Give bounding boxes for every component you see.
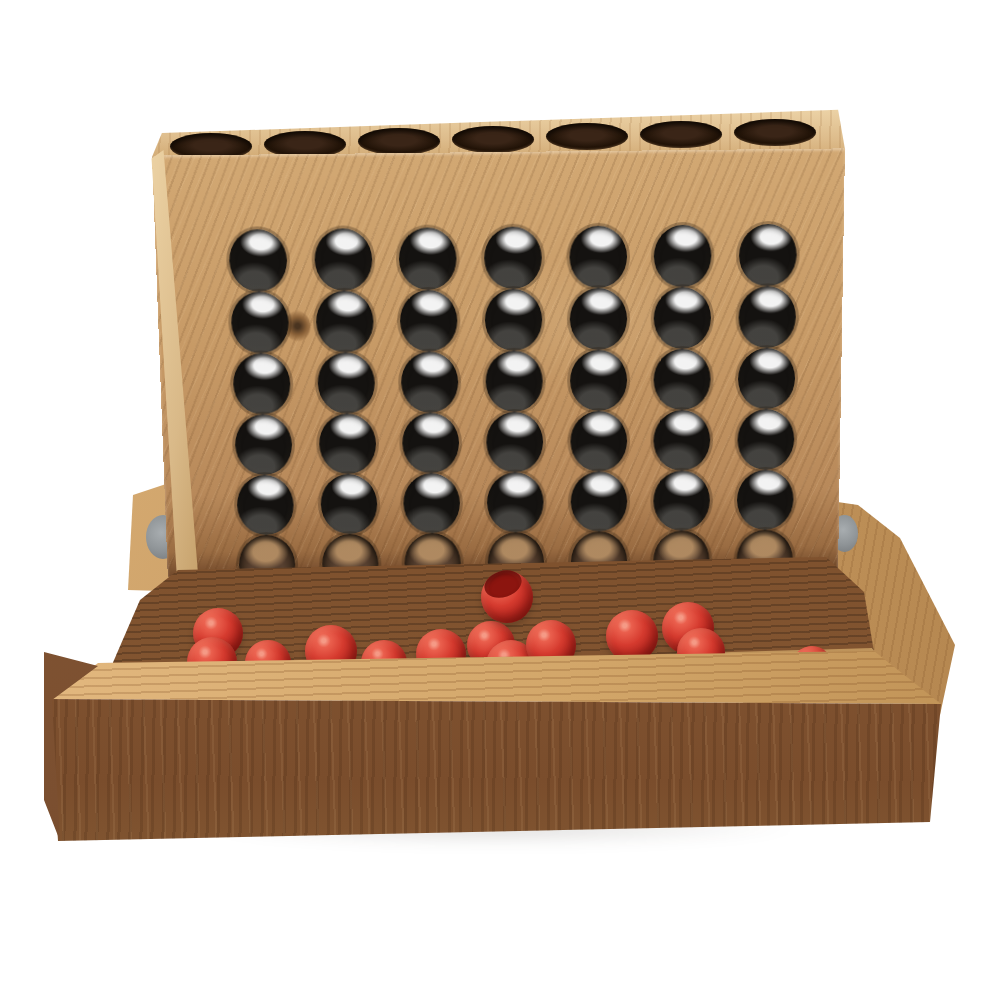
cell-r3c7 xyxy=(724,348,809,410)
cell-r4c5 xyxy=(556,411,640,472)
cell-r3c5 xyxy=(556,349,640,411)
cell-r2c4 xyxy=(471,289,556,352)
hole-r5c4-empty[interactable] xyxy=(487,472,544,533)
cell-r4c2 xyxy=(305,413,390,474)
hole-r1c2-empty[interactable] xyxy=(313,228,372,291)
hole-r5c3-empty[interactable] xyxy=(403,473,460,534)
cell-r4c4 xyxy=(472,411,556,472)
cell-r1c1 xyxy=(214,229,301,292)
hole-r5c7-empty[interactable] xyxy=(737,469,794,530)
hole-r5c5-empty[interactable] xyxy=(570,471,627,532)
hole-r4c3-empty[interactable] xyxy=(402,412,460,473)
cell-r4c6 xyxy=(640,410,724,471)
top-slot-col7[interactable] xyxy=(734,119,816,146)
top-slot-col5[interactable] xyxy=(546,123,628,150)
cell-r3c4 xyxy=(472,350,557,412)
cell-r1c5 xyxy=(555,225,640,288)
cell-r4c1 xyxy=(221,414,307,475)
connect-four-photo xyxy=(0,0,1001,1001)
cell-r4c7 xyxy=(724,409,808,470)
board-hole-grid xyxy=(214,224,810,562)
hole-r1c1-empty[interactable] xyxy=(228,229,287,292)
hole-r4c1-empty[interactable] xyxy=(234,414,292,475)
cell-r3c1 xyxy=(219,353,305,415)
hole-r3c5-empty[interactable] xyxy=(570,350,627,412)
connect-four-board xyxy=(152,148,845,576)
cell-r3c2 xyxy=(303,352,389,414)
hole-r3c3-empty[interactable] xyxy=(401,351,459,413)
cell-r2c2 xyxy=(301,290,387,353)
cell-r2c5 xyxy=(556,288,641,351)
cell-r5c3 xyxy=(390,473,474,534)
cell-r5c4 xyxy=(473,472,557,533)
hole-r1c3-empty[interactable] xyxy=(399,227,458,290)
red-ball-10[interactable] xyxy=(606,610,658,662)
hole-r5c2-empty[interactable] xyxy=(320,474,378,535)
hole-r4c2-empty[interactable] xyxy=(318,413,376,474)
hole-r2c6-empty[interactable] xyxy=(654,287,711,349)
hole-r4c5-empty[interactable] xyxy=(570,411,627,472)
hole-r5c1-empty[interactable] xyxy=(236,475,294,536)
cell-r1c7 xyxy=(725,224,811,287)
cell-r5c6 xyxy=(640,470,724,531)
cell-r1c3 xyxy=(385,227,471,290)
cell-r5c5 xyxy=(557,471,641,532)
hole-r1c6-empty[interactable] xyxy=(654,225,712,288)
hole-r1c4-empty[interactable] xyxy=(484,226,542,289)
hole-r3c2-empty[interactable] xyxy=(317,352,375,414)
hole-r3c6-empty[interactable] xyxy=(654,349,711,411)
hole-r3c1-empty[interactable] xyxy=(232,353,291,415)
top-slot-col6[interactable] xyxy=(640,121,722,148)
hole-r3c4-empty[interactable] xyxy=(485,350,543,412)
cell-r3c3 xyxy=(387,351,472,413)
cell-r1c6 xyxy=(640,224,725,287)
hole-r1c7-empty[interactable] xyxy=(739,224,797,287)
hole-r2c5-empty[interactable] xyxy=(569,288,626,350)
top-slot-col4[interactable] xyxy=(452,126,534,153)
cell-r5c2 xyxy=(306,474,391,535)
cell-r2c3 xyxy=(386,289,472,352)
hole-r4c6-empty[interactable] xyxy=(654,410,711,471)
hole-r4c7-empty[interactable] xyxy=(737,409,794,470)
cell-r1c2 xyxy=(300,228,386,291)
hole-r2c7-empty[interactable] xyxy=(738,286,796,348)
cell-r5c7 xyxy=(723,469,807,530)
hole-r3c7-empty[interactable] xyxy=(738,348,796,410)
hole-r4c4-empty[interactable] xyxy=(486,412,543,473)
hole-r2c3-empty[interactable] xyxy=(400,290,458,352)
hole-r2c2-empty[interactable] xyxy=(315,290,374,352)
cell-r2c7 xyxy=(725,286,810,349)
hole-r5c6-empty[interactable] xyxy=(654,470,711,531)
cell-r1c4 xyxy=(470,226,556,289)
top-slot-col3[interactable] xyxy=(358,128,440,155)
cell-r4c3 xyxy=(388,412,473,473)
falling-red-ball[interactable] xyxy=(481,571,533,623)
hole-r1c5-empty[interactable] xyxy=(569,225,627,288)
hole-r2c1-empty[interactable] xyxy=(230,291,289,353)
cell-r3c6 xyxy=(640,349,724,411)
cell-r5c1 xyxy=(223,475,308,536)
cell-r2c1 xyxy=(217,291,303,354)
cell-r2c6 xyxy=(640,287,725,350)
hole-r2c4-empty[interactable] xyxy=(485,289,543,351)
